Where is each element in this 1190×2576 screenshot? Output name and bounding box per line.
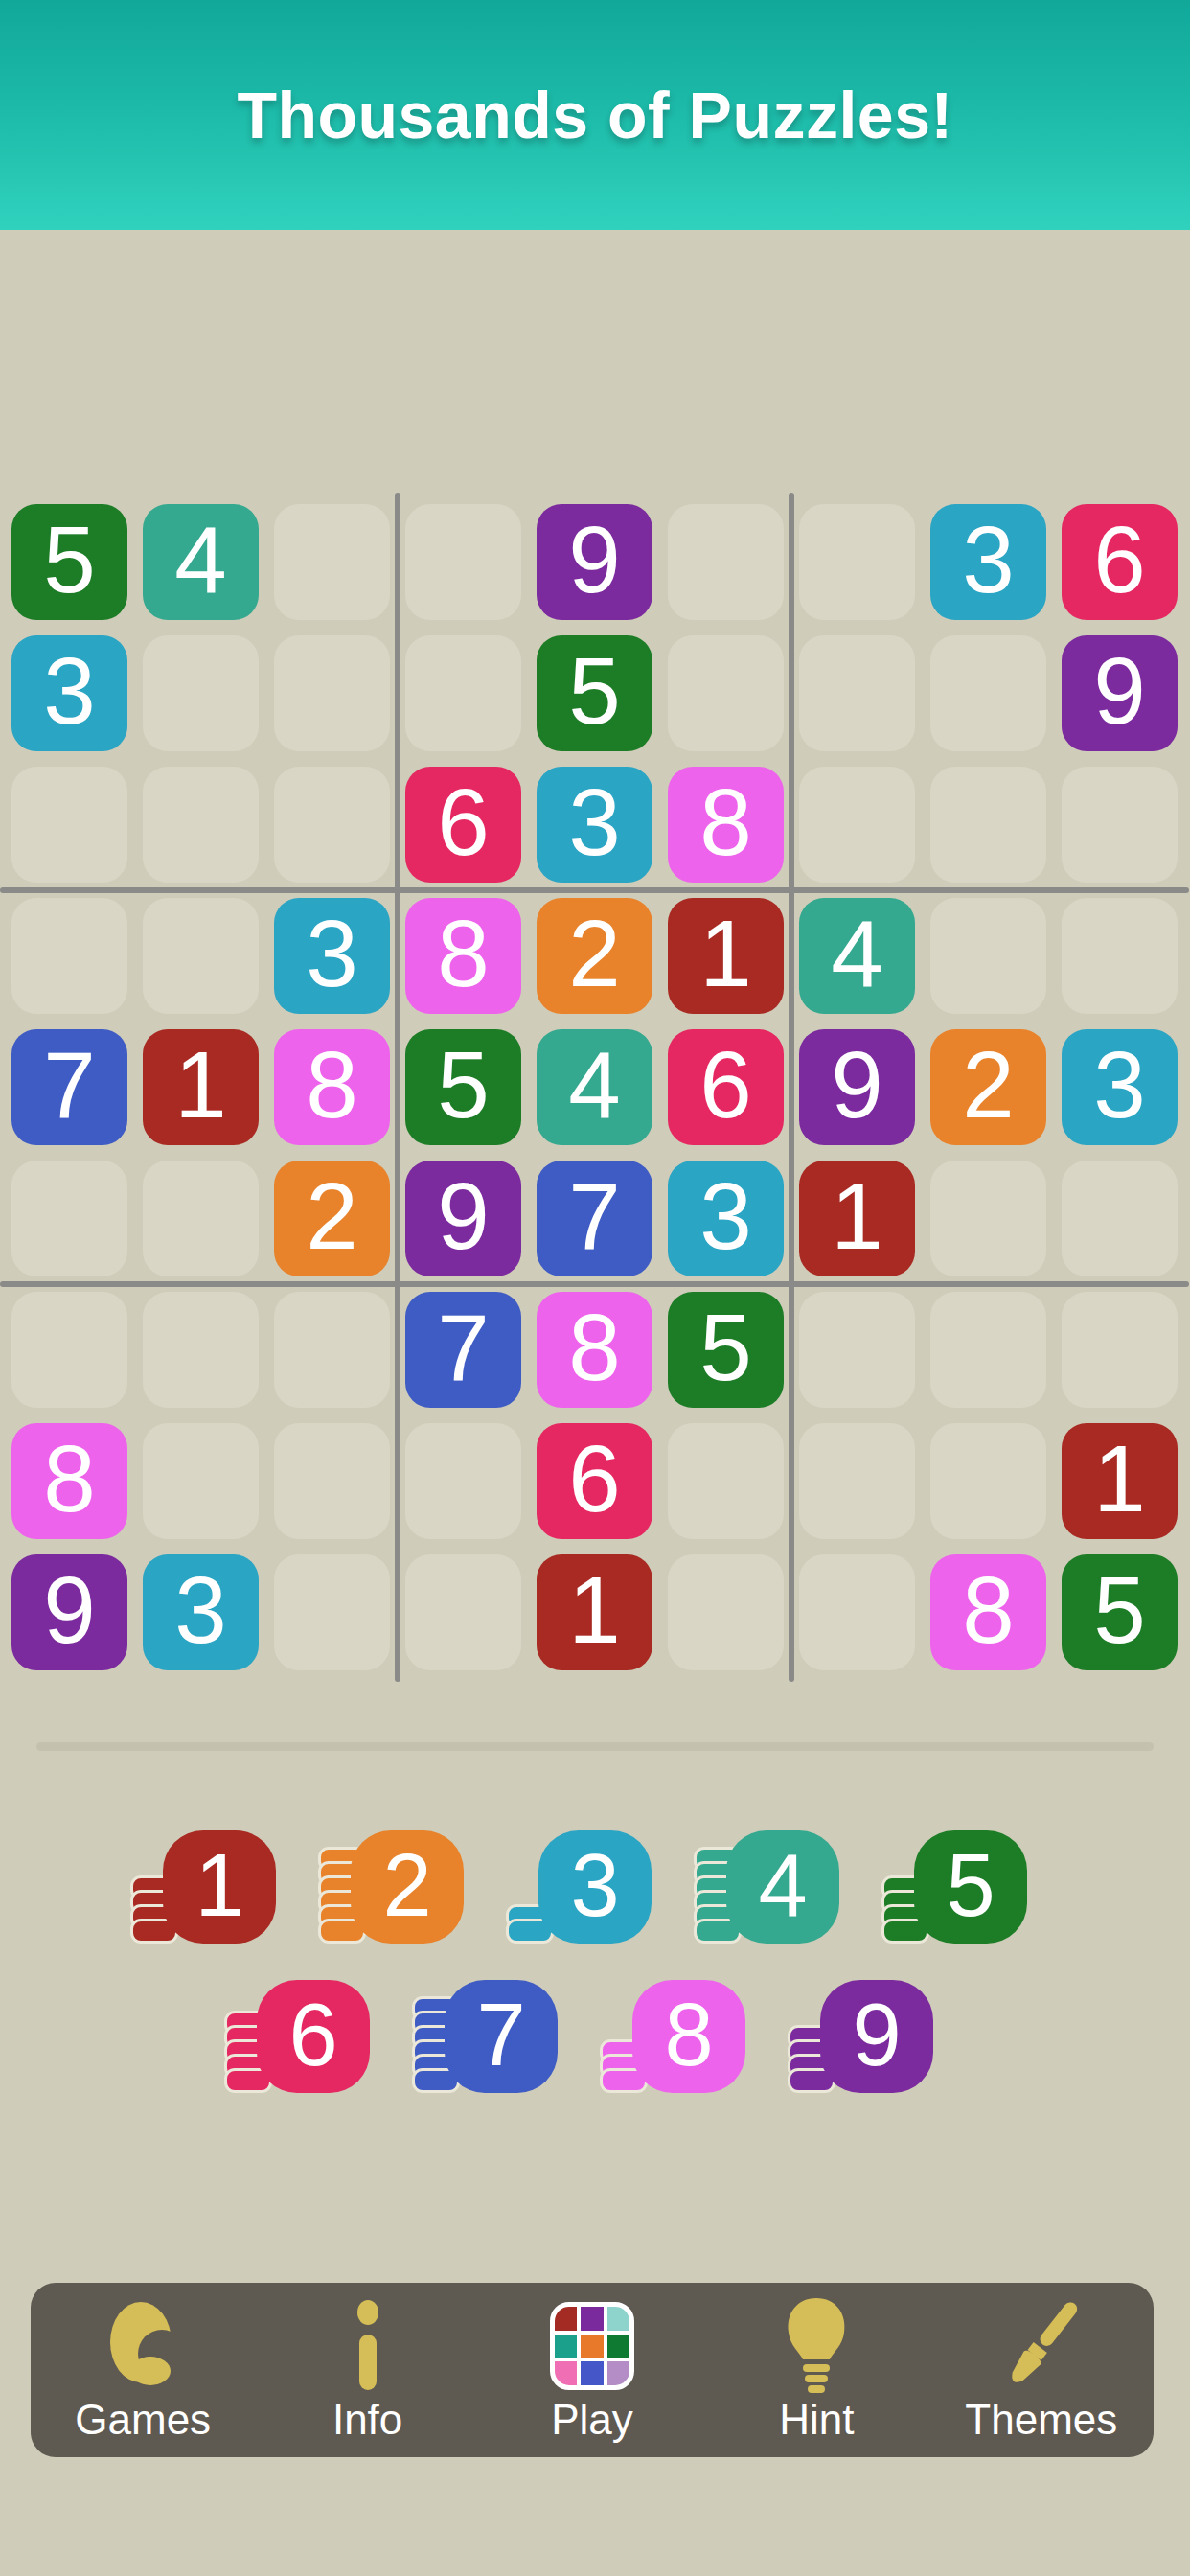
cell-r4c6[interactable]: 1	[660, 890, 791, 1022]
nav-label: Games	[75, 2396, 211, 2444]
cell-r3c2[interactable]	[135, 759, 266, 890]
cell-r8c3[interactable]	[266, 1415, 398, 1547]
cell-r4c2[interactable]	[135, 890, 266, 1022]
digit-tile-2: 2	[537, 898, 652, 1014]
empty-tile	[930, 1292, 1046, 1408]
banner-title: Thousands of Puzzles!	[237, 78, 952, 152]
cell-r4c4[interactable]: 8	[398, 890, 529, 1022]
cell-r1c8[interactable]: 3	[923, 496, 1054, 628]
empty-tile	[668, 504, 784, 620]
banner: Thousands of Puzzles!	[0, 0, 1190, 230]
palette-tile-6[interactable]: 6	[257, 1980, 370, 2093]
digit-tile-4: 4	[143, 504, 259, 620]
digit-tile-5: 5	[668, 1292, 784, 1408]
digit-tile-1: 1	[668, 898, 784, 1014]
empty-tile	[930, 898, 1046, 1014]
palette-digit-3: 3	[538, 1830, 652, 1943]
empty-tile	[799, 1554, 915, 1670]
cell-r5c1[interactable]: 7	[4, 1022, 135, 1153]
nav-item-hint[interactable]: Hint	[704, 2283, 928, 2457]
sudoku-board: 5493635963838214718546923297317858619318…	[4, 496, 1185, 1678]
empty-tile	[930, 1161, 1046, 1276]
section-divider	[36, 1742, 1154, 1751]
box-divider-horizontal-1	[0, 887, 1189, 893]
games-icon	[104, 2300, 181, 2392]
empty-tile	[930, 635, 1046, 751]
cell-r4c7[interactable]: 4	[791, 890, 923, 1022]
palette-digit-9: 9	[820, 1980, 933, 2093]
empty-tile	[274, 635, 390, 751]
cell-r5c8[interactable]: 2	[923, 1022, 1054, 1153]
cell-r2c7[interactable]	[791, 628, 923, 759]
empty-tile	[274, 1554, 390, 1670]
empty-tile	[1062, 1292, 1178, 1408]
play-icon	[550, 2302, 634, 2390]
digit-tile-1: 1	[799, 1161, 915, 1276]
empty-tile	[11, 898, 127, 1014]
digit-tile-3: 3	[274, 898, 390, 1014]
cell-r6c6[interactable]: 3	[660, 1153, 791, 1284]
empty-tile	[405, 1423, 521, 1539]
cell-r2c4[interactable]	[398, 628, 529, 759]
palette-row-1: 12345	[0, 1830, 1190, 1943]
nav-label: Hint	[779, 2396, 854, 2444]
empty-tile	[799, 1423, 915, 1539]
digit-tile-6: 6	[668, 1029, 784, 1145]
digit-tile-9: 9	[537, 504, 652, 620]
cell-r6c4[interactable]: 9	[398, 1153, 529, 1284]
themes-icon	[995, 2300, 1087, 2392]
empty-tile	[405, 504, 521, 620]
digit-tile-3: 3	[11, 635, 127, 751]
empty-tile	[143, 1292, 259, 1408]
digit-tile-9: 9	[799, 1029, 915, 1145]
cell-r7c1[interactable]	[4, 1284, 135, 1415]
cell-r7c5[interactable]: 8	[529, 1284, 660, 1415]
cell-r5c7[interactable]: 9	[791, 1022, 923, 1153]
empty-tile	[799, 1292, 915, 1408]
cell-r9c2[interactable]: 3	[135, 1547, 266, 1678]
cell-r3c8[interactable]	[923, 759, 1054, 890]
palette-tile-1[interactable]: 1	[163, 1830, 276, 1943]
digit-tile-7: 7	[405, 1292, 521, 1408]
cell-r9c9[interactable]: 5	[1054, 1547, 1185, 1678]
cell-r1c2[interactable]: 4	[135, 496, 266, 628]
empty-tile	[668, 1423, 784, 1539]
palette-digit-2: 2	[351, 1830, 464, 1943]
empty-tile	[274, 1292, 390, 1408]
digit-tile-8: 8	[405, 898, 521, 1014]
cell-r5c5[interactable]: 4	[529, 1022, 660, 1153]
box-divider-vertical-2	[789, 493, 794, 1682]
cell-r9c8[interactable]: 8	[923, 1547, 1054, 1678]
cell-r5c4[interactable]: 5	[398, 1022, 529, 1153]
hint-icon	[782, 2300, 851, 2392]
cell-r3c4[interactable]: 6	[398, 759, 529, 890]
cell-r2c3[interactable]	[266, 628, 398, 759]
digit-tile-3: 3	[143, 1554, 259, 1670]
digit-tile-8: 8	[668, 767, 784, 883]
empty-tile	[274, 1423, 390, 1539]
digit-tile-2: 2	[930, 1029, 1046, 1145]
cell-r9c7[interactable]	[791, 1547, 923, 1678]
cell-r6c8[interactable]	[923, 1153, 1054, 1284]
empty-tile	[668, 1554, 784, 1670]
bottom-nav-bar: Games Info Play Hint	[31, 2283, 1154, 2457]
empty-tile	[11, 767, 127, 883]
palette-digit-8: 8	[632, 1980, 745, 2093]
box-divider-horizontal-2	[0, 1281, 1189, 1287]
cell-r4c5[interactable]: 2	[529, 890, 660, 1022]
empty-tile	[799, 504, 915, 620]
empty-tile	[930, 767, 1046, 883]
cell-r6c1[interactable]	[4, 1153, 135, 1284]
cell-r4c1[interactable]	[4, 890, 135, 1022]
nav-label: Themes	[965, 2396, 1117, 2444]
box-divider-vertical-1	[395, 493, 400, 1682]
cell-r4c8[interactable]	[923, 890, 1054, 1022]
cell-r6c9[interactable]	[1054, 1153, 1185, 1284]
digit-tile-4: 4	[799, 898, 915, 1014]
digit-tile-8: 8	[537, 1292, 652, 1408]
digit-tile-9: 9	[11, 1554, 127, 1670]
digit-tile-3: 3	[537, 767, 652, 883]
cell-r3c5[interactable]: 3	[529, 759, 660, 890]
nav-item-play[interactable]: Play	[480, 2283, 704, 2457]
cell-r7c6[interactable]: 5	[660, 1284, 791, 1415]
palette-tile-7[interactable]: 7	[445, 1980, 558, 2093]
cell-r9c4[interactable]	[398, 1547, 529, 1678]
empty-tile	[668, 635, 784, 751]
cell-r5c2[interactable]: 1	[135, 1022, 266, 1153]
palette-row-2: 6789	[0, 1980, 1190, 2093]
empty-tile	[143, 898, 259, 1014]
cell-r8c4[interactable]	[398, 1415, 529, 1547]
digit-tile-5: 5	[11, 504, 127, 620]
palette-tile-5[interactable]: 5	[914, 1830, 1027, 1943]
palette-tile-4[interactable]: 4	[726, 1830, 839, 1943]
cell-r9c6[interactable]	[660, 1547, 791, 1678]
cell-r6c5[interactable]: 7	[529, 1153, 660, 1284]
nav-item-info[interactable]: Info	[255, 2283, 479, 2457]
digit-tile-1: 1	[537, 1554, 652, 1670]
empty-tile	[274, 767, 390, 883]
empty-tile	[143, 1161, 259, 1276]
cell-r2c8[interactable]	[923, 628, 1054, 759]
cell-r1c6[interactable]	[660, 496, 791, 628]
digit-tile-3: 3	[668, 1161, 784, 1276]
cell-r9c5[interactable]: 1	[529, 1547, 660, 1678]
nav-label: Info	[332, 2396, 402, 2444]
palette-tile-3[interactable]: 3	[538, 1830, 652, 1943]
cell-r9c3[interactable]	[266, 1547, 398, 1678]
cell-r3c1[interactable]	[4, 759, 135, 890]
palette-tile-8[interactable]: 8	[632, 1980, 745, 2093]
cell-r5c6[interactable]: 6	[660, 1022, 791, 1153]
digit-tile-7: 7	[537, 1161, 652, 1276]
cell-r1c5[interactable]: 9	[529, 496, 660, 628]
cell-r3c9[interactable]	[1054, 759, 1185, 890]
digit-tile-7: 7	[11, 1029, 127, 1145]
cell-r6c2[interactable]	[135, 1153, 266, 1284]
digit-tile-9: 9	[1062, 635, 1178, 751]
cell-r2c5[interactable]: 5	[529, 628, 660, 759]
cell-r5c9[interactable]: 3	[1054, 1022, 1185, 1153]
empty-tile	[143, 635, 259, 751]
nav-label: Play	[551, 2396, 633, 2444]
digit-tile-2: 2	[274, 1161, 390, 1276]
empty-tile	[1062, 898, 1178, 1014]
digit-tile-5: 5	[1062, 1554, 1178, 1670]
digit-tile-3: 3	[1062, 1029, 1178, 1145]
cell-r9c1[interactable]: 9	[4, 1547, 135, 1678]
nav-item-themes[interactable]: Themes	[929, 2283, 1154, 2457]
palette-digit-6: 6	[257, 1980, 370, 2093]
palette-digit-4: 4	[726, 1830, 839, 1943]
empty-tile	[143, 1423, 259, 1539]
empty-tile	[1062, 767, 1178, 883]
palette-tile-9[interactable]: 9	[820, 1980, 933, 2093]
cell-r4c3[interactable]: 3	[266, 890, 398, 1022]
digit-tile-8: 8	[11, 1423, 127, 1539]
nav-item-games[interactable]: Games	[31, 2283, 255, 2457]
cell-r3c3[interactable]	[266, 759, 398, 890]
empty-tile	[405, 635, 521, 751]
cell-r8c9[interactable]: 1	[1054, 1415, 1185, 1547]
sudoku-board-wrap: 5493635963838214718546923297317858619318…	[4, 496, 1185, 1678]
digit-tile-8: 8	[930, 1554, 1046, 1670]
empty-tile	[11, 1161, 127, 1276]
cell-r8c1[interactable]: 8	[4, 1415, 135, 1547]
cell-r3c6[interactable]: 8	[660, 759, 791, 890]
cell-r4c9[interactable]	[1054, 890, 1185, 1022]
empty-tile	[11, 1292, 127, 1408]
empty-tile	[1062, 1161, 1178, 1276]
palette-tile-2[interactable]: 2	[351, 1830, 464, 1943]
cell-r7c9[interactable]	[1054, 1284, 1185, 1415]
digit-tile-1: 1	[143, 1029, 259, 1145]
empty-tile	[405, 1554, 521, 1670]
digit-tile-4: 4	[537, 1029, 652, 1145]
digit-tile-6: 6	[537, 1423, 652, 1539]
digit-tile-6: 6	[405, 767, 521, 883]
cell-r1c1[interactable]: 5	[4, 496, 135, 628]
digit-tile-5: 5	[537, 635, 652, 751]
cell-r7c4[interactable]: 7	[398, 1284, 529, 1415]
cell-r8c6[interactable]	[660, 1415, 791, 1547]
palette-digit-1: 1	[163, 1830, 276, 1943]
digit-tile-8: 8	[274, 1029, 390, 1145]
cell-r8c2[interactable]	[135, 1415, 266, 1547]
empty-tile	[930, 1423, 1046, 1539]
cell-r1c9[interactable]: 6	[1054, 496, 1185, 628]
empty-tile	[799, 635, 915, 751]
cell-r7c3[interactable]	[266, 1284, 398, 1415]
empty-tile	[274, 504, 390, 620]
digit-tile-9: 9	[405, 1161, 521, 1276]
palette-digit-7: 7	[445, 1980, 558, 2093]
empty-tile	[799, 767, 915, 883]
empty-tile	[143, 767, 259, 883]
cell-r2c9[interactable]: 9	[1054, 628, 1185, 759]
cell-r6c3[interactable]: 2	[266, 1153, 398, 1284]
cell-r1c7[interactable]	[791, 496, 923, 628]
digit-tile-6: 6	[1062, 504, 1178, 620]
cell-r2c2[interactable]	[135, 628, 266, 759]
digit-tile-3: 3	[930, 504, 1046, 620]
cell-r7c2[interactable]	[135, 1284, 266, 1415]
cell-r8c7[interactable]	[791, 1415, 923, 1547]
cell-r7c8[interactable]	[923, 1284, 1054, 1415]
cell-r2c6[interactable]	[660, 628, 791, 759]
info-icon	[333, 2300, 402, 2392]
cell-r7c7[interactable]	[791, 1284, 923, 1415]
palette-digit-5: 5	[914, 1830, 1027, 1943]
cell-r2c1[interactable]: 3	[4, 628, 135, 759]
cell-r1c3[interactable]	[266, 496, 398, 628]
cell-r3c7[interactable]	[791, 759, 923, 890]
cell-r5c3[interactable]: 8	[266, 1022, 398, 1153]
cell-r8c8[interactable]	[923, 1415, 1054, 1547]
cell-r6c7[interactable]: 1	[791, 1153, 923, 1284]
digit-tile-5: 5	[405, 1029, 521, 1145]
cell-r8c5[interactable]: 6	[529, 1415, 660, 1547]
cell-r1c4[interactable]	[398, 496, 529, 628]
digit-tile-1: 1	[1062, 1423, 1178, 1539]
